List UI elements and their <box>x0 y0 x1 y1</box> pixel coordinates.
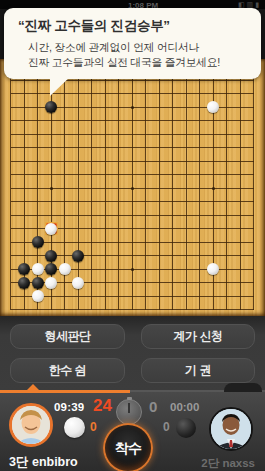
board-cell[interactable] <box>207 263 221 277</box>
board-cell[interactable] <box>18 222 32 236</box>
board-cell[interactable] <box>18 249 32 263</box>
board-cell[interactable] <box>234 155 248 169</box>
board-cell[interactable] <box>153 263 167 277</box>
board-cell[interactable] <box>220 87 234 101</box>
board-cell[interactable] <box>58 182 72 196</box>
board-cell[interactable] <box>4 303 18 317</box>
board-cell[interactable] <box>193 182 207 196</box>
board-cell[interactable] <box>153 209 167 223</box>
board-cell[interactable] <box>139 182 153 196</box>
board-cell[interactable] <box>139 87 153 101</box>
go-board[interactable] <box>0 59 265 316</box>
board-cell[interactable] <box>166 290 180 304</box>
board-cell[interactable] <box>234 195 248 209</box>
board-cell[interactable] <box>166 209 180 223</box>
board-cell[interactable] <box>139 128 153 142</box>
board-cell[interactable] <box>139 303 153 317</box>
board-cell[interactable] <box>58 209 72 223</box>
board-cell[interactable] <box>99 249 113 263</box>
board-cell[interactable] <box>126 168 140 182</box>
board-cell[interactable] <box>31 263 45 277</box>
board-cell[interactable] <box>72 263 86 277</box>
board-cell[interactable] <box>153 249 167 263</box>
board-cell[interactable] <box>31 141 45 155</box>
board-cell[interactable] <box>247 182 261 196</box>
board-cell[interactable] <box>180 222 194 236</box>
board-cell[interactable] <box>247 141 261 155</box>
board-cell[interactable] <box>153 141 167 155</box>
board-cell[interactable] <box>153 182 167 196</box>
board-cell[interactable] <box>247 195 261 209</box>
board-cell[interactable] <box>234 209 248 223</box>
board-cell[interactable] <box>4 290 18 304</box>
board-cell[interactable] <box>247 290 261 304</box>
board-cell[interactable] <box>31 155 45 169</box>
board-cell[interactable] <box>72 101 86 115</box>
board-cell[interactable] <box>72 249 86 263</box>
board-cell[interactable] <box>180 128 194 142</box>
board-cell[interactable] <box>220 303 234 317</box>
board-cell[interactable] <box>72 236 86 250</box>
board-cell[interactable] <box>72 168 86 182</box>
board-cell[interactable] <box>153 276 167 290</box>
board-cell[interactable] <box>234 114 248 128</box>
board-cell[interactable] <box>45 182 59 196</box>
board-cell[interactable] <box>99 209 113 223</box>
board-cell[interactable] <box>166 168 180 182</box>
left-player-avatar[interactable] <box>9 403 53 447</box>
board-cell[interactable] <box>180 141 194 155</box>
board-cell[interactable] <box>58 276 72 290</box>
board-cell[interactable] <box>126 209 140 223</box>
board-cell[interactable] <box>234 303 248 317</box>
board-cell[interactable] <box>31 114 45 128</box>
board-cell[interactable] <box>45 276 59 290</box>
board-cell[interactable] <box>31 249 45 263</box>
board-cell[interactable] <box>58 114 72 128</box>
board-cell[interactable] <box>85 222 99 236</box>
board-cell[interactable] <box>193 168 207 182</box>
board-cell[interactable] <box>126 87 140 101</box>
board-cell[interactable] <box>85 128 99 142</box>
board-cell[interactable] <box>18 101 32 115</box>
board-cell[interactable] <box>207 209 221 223</box>
right-player-avatar[interactable] <box>209 407 253 451</box>
board-cell[interactable] <box>112 141 126 155</box>
board-cell[interactable] <box>220 249 234 263</box>
board-cell[interactable] <box>207 87 221 101</box>
board-cell[interactable] <box>31 222 45 236</box>
board-cell[interactable] <box>193 114 207 128</box>
board-cell[interactable] <box>18 276 32 290</box>
board-cell[interactable] <box>153 155 167 169</box>
board-cell[interactable] <box>207 141 221 155</box>
board-cell[interactable] <box>180 236 194 250</box>
board-cell[interactable] <box>85 195 99 209</box>
board-cell[interactable] <box>99 222 113 236</box>
board-cell[interactable] <box>45 249 59 263</box>
board-cell[interactable] <box>72 87 86 101</box>
board-cell[interactable] <box>99 168 113 182</box>
place-stone-button[interactable]: 착수 <box>103 423 153 471</box>
board-cell[interactable] <box>18 155 32 169</box>
board-cell[interactable] <box>85 276 99 290</box>
board-cell[interactable] <box>58 101 72 115</box>
board-cell[interactable] <box>112 303 126 317</box>
board-cell[interactable] <box>139 263 153 277</box>
board-cell[interactable] <box>207 290 221 304</box>
board-cell[interactable] <box>247 249 261 263</box>
board-cell[interactable] <box>4 182 18 196</box>
board-cell[interactable] <box>220 114 234 128</box>
board-cell[interactable] <box>193 87 207 101</box>
board-cell[interactable] <box>207 155 221 169</box>
board-cell[interactable] <box>207 195 221 209</box>
board-cell[interactable] <box>31 209 45 223</box>
board-cell[interactable] <box>58 263 72 277</box>
board-cell[interactable] <box>99 276 113 290</box>
board-cell[interactable] <box>31 276 45 290</box>
board-cell[interactable] <box>31 87 45 101</box>
board-cell[interactable] <box>153 236 167 250</box>
board-cell[interactable] <box>207 249 221 263</box>
board-cell[interactable] <box>4 141 18 155</box>
board-cell[interactable] <box>247 128 261 142</box>
board-cell[interactable] <box>180 263 194 277</box>
board-cell[interactable] <box>220 155 234 169</box>
board-cell[interactable] <box>126 128 140 142</box>
board-cell[interactable] <box>166 182 180 196</box>
board-cell[interactable] <box>58 222 72 236</box>
board-cell[interactable] <box>72 276 86 290</box>
board-cell[interactable] <box>112 182 126 196</box>
board-cell[interactable] <box>180 209 194 223</box>
board-cell[interactable] <box>234 276 248 290</box>
board-cell[interactable] <box>207 101 221 115</box>
board-cell[interactable] <box>193 276 207 290</box>
board-cell[interactable] <box>99 303 113 317</box>
board-cell[interactable] <box>126 141 140 155</box>
board-cell[interactable] <box>139 222 153 236</box>
board-cell[interactable] <box>126 182 140 196</box>
board-cell[interactable] <box>139 209 153 223</box>
board-cell[interactable] <box>58 303 72 317</box>
board-cell[interactable] <box>126 303 140 317</box>
board-cell[interactable] <box>72 155 86 169</box>
pass-button[interactable]: 한수 쉼 <box>10 358 125 383</box>
board-cell[interactable] <box>99 290 113 304</box>
board-cell[interactable] <box>193 222 207 236</box>
board-cell[interactable] <box>247 168 261 182</box>
board-cell[interactable] <box>153 222 167 236</box>
board-cell[interactable] <box>112 236 126 250</box>
board-cell[interactable] <box>207 276 221 290</box>
board-cell[interactable] <box>72 222 86 236</box>
board-cell[interactable] <box>126 195 140 209</box>
board-cell[interactable] <box>112 209 126 223</box>
board-cell[interactable] <box>234 290 248 304</box>
board-cell[interactable] <box>234 128 248 142</box>
board-cell[interactable] <box>58 195 72 209</box>
board-cell[interactable] <box>45 303 59 317</box>
board-cell[interactable] <box>180 182 194 196</box>
board-cell[interactable] <box>72 303 86 317</box>
board-cell[interactable] <box>247 155 261 169</box>
board-cell[interactable] <box>18 263 32 277</box>
board-cell[interactable] <box>247 236 261 250</box>
board-cell[interactable] <box>180 168 194 182</box>
board-cell[interactable] <box>45 114 59 128</box>
board-cell[interactable] <box>139 101 153 115</box>
board-cell[interactable] <box>193 101 207 115</box>
board-cell[interactable] <box>18 209 32 223</box>
board-cell[interactable] <box>58 236 72 250</box>
board-cell[interactable] <box>139 276 153 290</box>
board-cell[interactable] <box>85 249 99 263</box>
board-cell[interactable] <box>99 101 113 115</box>
board-cell[interactable] <box>45 168 59 182</box>
board-cell[interactable] <box>4 222 18 236</box>
board-cell[interactable] <box>153 128 167 142</box>
board-cell[interactable] <box>153 87 167 101</box>
board-cell[interactable] <box>220 195 234 209</box>
board-cell[interactable] <box>180 290 194 304</box>
board-cell[interactable] <box>180 114 194 128</box>
board-cell[interactable] <box>193 249 207 263</box>
board-cell[interactable] <box>220 236 234 250</box>
board-cell[interactable] <box>139 290 153 304</box>
board-cell[interactable] <box>180 155 194 169</box>
board-cell[interactable] <box>58 141 72 155</box>
board-cell[interactable] <box>45 128 59 142</box>
board-cell[interactable] <box>18 87 32 101</box>
board-cell[interactable] <box>18 141 32 155</box>
board-cell[interactable] <box>99 236 113 250</box>
board-cell[interactable] <box>234 222 248 236</box>
board-cell[interactable] <box>234 236 248 250</box>
board-cell[interactable] <box>247 114 261 128</box>
board-cell[interactable] <box>126 290 140 304</box>
board-cell[interactable] <box>85 168 99 182</box>
board-cell[interactable] <box>193 195 207 209</box>
board-cell[interactable] <box>220 101 234 115</box>
board-cell[interactable] <box>31 182 45 196</box>
board-cell[interactable] <box>166 128 180 142</box>
board-cell[interactable] <box>85 182 99 196</box>
board-cell[interactable] <box>4 263 18 277</box>
board-cell[interactable] <box>4 155 18 169</box>
board-cell[interactable] <box>139 141 153 155</box>
board-cell[interactable] <box>207 236 221 250</box>
board-cell[interactable] <box>166 276 180 290</box>
board-cell[interactable] <box>166 263 180 277</box>
board-cell[interactable] <box>126 263 140 277</box>
board-cell[interactable] <box>126 114 140 128</box>
board-cell[interactable] <box>72 182 86 196</box>
board-cell[interactable] <box>4 114 18 128</box>
board-cell[interactable] <box>72 128 86 142</box>
board-cell[interactable] <box>220 182 234 196</box>
board-cell[interactable] <box>126 222 140 236</box>
board-cell[interactable] <box>4 195 18 209</box>
board-cell[interactable] <box>166 222 180 236</box>
board-cell[interactable] <box>112 222 126 236</box>
board-cell[interactable] <box>112 168 126 182</box>
board-cell[interactable] <box>58 128 72 142</box>
board-cell[interactable] <box>247 87 261 101</box>
board-cell[interactable] <box>234 168 248 182</box>
board-cell[interactable] <box>234 263 248 277</box>
board-cell[interactable] <box>247 101 261 115</box>
board-cell[interactable] <box>207 114 221 128</box>
board-cell[interactable] <box>193 141 207 155</box>
board-cell[interactable] <box>112 155 126 169</box>
board-cell[interactable] <box>207 182 221 196</box>
request-counting-button[interactable]: 계가 신청 <box>141 324 255 349</box>
board-cell[interactable] <box>234 101 248 115</box>
board-cell[interactable] <box>180 195 194 209</box>
board-cell[interactable] <box>31 236 45 250</box>
board-cell[interactable] <box>45 263 59 277</box>
board-cell[interactable] <box>180 303 194 317</box>
board-cell[interactable] <box>85 101 99 115</box>
board-cell[interactable] <box>85 141 99 155</box>
board-cell[interactable] <box>166 114 180 128</box>
board-cell[interactable] <box>31 168 45 182</box>
board-cell[interactable] <box>72 141 86 155</box>
board-cell[interactable] <box>4 101 18 115</box>
board-cell[interactable] <box>31 290 45 304</box>
board-cell[interactable] <box>45 195 59 209</box>
board-cell[interactable] <box>4 87 18 101</box>
board-cell[interactable] <box>18 128 32 142</box>
board-cell[interactable] <box>72 114 86 128</box>
board-cell[interactable] <box>31 128 45 142</box>
board-cell[interactable] <box>18 182 32 196</box>
board-cell[interactable] <box>193 236 207 250</box>
territory-estimate-button[interactable]: 형세판단 <box>10 324 125 349</box>
board-cell[interactable] <box>139 168 153 182</box>
board-cell[interactable] <box>126 276 140 290</box>
board-cell[interactable] <box>85 290 99 304</box>
board-cell[interactable] <box>45 236 59 250</box>
board-cell[interactable] <box>18 195 32 209</box>
board-cell[interactable] <box>18 236 32 250</box>
board-cell[interactable] <box>220 276 234 290</box>
board-cell[interactable] <box>139 236 153 250</box>
board-cell[interactable] <box>247 222 261 236</box>
board-cell[interactable] <box>166 101 180 115</box>
board-cell[interactable] <box>207 222 221 236</box>
board-cell[interactable] <box>126 249 140 263</box>
board-cell[interactable] <box>220 128 234 142</box>
board-cell[interactable] <box>72 290 86 304</box>
board-cell[interactable] <box>180 249 194 263</box>
board-cell[interactable] <box>58 168 72 182</box>
board-cell[interactable] <box>112 87 126 101</box>
board-cell[interactable] <box>234 249 248 263</box>
board-cell[interactable] <box>112 249 126 263</box>
board-cell[interactable] <box>139 249 153 263</box>
board-cell[interactable] <box>139 114 153 128</box>
board-cell[interactable] <box>153 101 167 115</box>
board-cell[interactable] <box>139 155 153 169</box>
board-cell[interactable] <box>18 303 32 317</box>
board-cell[interactable] <box>85 155 99 169</box>
board-cell[interactable] <box>4 249 18 263</box>
board-cell[interactable] <box>85 209 99 223</box>
board-cell[interactable] <box>72 195 86 209</box>
board-cell[interactable] <box>247 276 261 290</box>
board-cell[interactable] <box>4 168 18 182</box>
board-cell[interactable] <box>180 101 194 115</box>
board-cell[interactable] <box>4 209 18 223</box>
board-cell[interactable] <box>72 209 86 223</box>
board-cell[interactable] <box>85 87 99 101</box>
board-cell[interactable] <box>45 141 59 155</box>
board-cell[interactable] <box>45 101 59 115</box>
board-cell[interactable] <box>166 303 180 317</box>
board-cell[interactable] <box>112 128 126 142</box>
board-cell[interactable] <box>180 87 194 101</box>
board-cell[interactable] <box>193 128 207 142</box>
board-cell[interactable] <box>112 263 126 277</box>
board-cell[interactable] <box>220 222 234 236</box>
board-cell[interactable] <box>153 290 167 304</box>
board-cell[interactable] <box>45 155 59 169</box>
board-cell[interactable] <box>153 303 167 317</box>
board-cell[interactable] <box>4 236 18 250</box>
board-cell[interactable] <box>99 155 113 169</box>
board-cell[interactable] <box>247 263 261 277</box>
board-cell[interactable] <box>58 155 72 169</box>
board-cell[interactable] <box>207 303 221 317</box>
board-cell[interactable] <box>112 290 126 304</box>
board-cell[interactable] <box>220 141 234 155</box>
board-cell[interactable] <box>58 249 72 263</box>
board-cell[interactable] <box>99 263 113 277</box>
board-cell[interactable] <box>234 182 248 196</box>
board-cell[interactable] <box>234 141 248 155</box>
board-cell[interactable] <box>99 195 113 209</box>
board-cell[interactable] <box>99 128 113 142</box>
board-cell[interactable] <box>153 195 167 209</box>
board-cell[interactable] <box>18 290 32 304</box>
board-cell[interactable] <box>126 101 140 115</box>
board-cell[interactable] <box>45 209 59 223</box>
board-cell[interactable] <box>193 209 207 223</box>
board-cell[interactable] <box>112 276 126 290</box>
board-cell[interactable] <box>247 209 261 223</box>
board-cell[interactable] <box>126 236 140 250</box>
board-cell[interactable] <box>99 114 113 128</box>
board-cell[interactable] <box>126 155 140 169</box>
board-cell[interactable] <box>193 290 207 304</box>
board-cell[interactable] <box>193 263 207 277</box>
board-cell[interactable] <box>153 114 167 128</box>
board-cell[interactable] <box>193 155 207 169</box>
board-cell[interactable] <box>139 195 153 209</box>
board-cell[interactable] <box>4 128 18 142</box>
board-cell[interactable] <box>180 276 194 290</box>
board-cell[interactable] <box>207 168 221 182</box>
board-cell[interactable] <box>112 114 126 128</box>
board-cell[interactable] <box>31 101 45 115</box>
board-cell[interactable] <box>31 195 45 209</box>
board-cell[interactable] <box>4 276 18 290</box>
board-cell[interactable] <box>166 195 180 209</box>
resign-button[interactable]: 기 권 <box>141 358 255 383</box>
